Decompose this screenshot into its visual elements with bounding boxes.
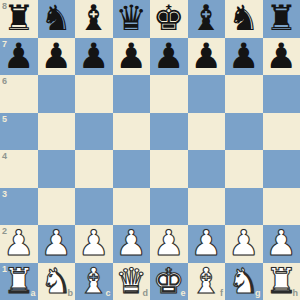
piece-white-pawn[interactable]: ♟ (0, 225, 38, 263)
square-h7[interactable]: ♟ (263, 38, 301, 76)
piece-black-rook[interactable]: ♜ (263, 0, 301, 38)
square-g5[interactable] (225, 113, 263, 151)
piece-white-pawn[interactable]: ♟ (188, 225, 226, 263)
piece-white-bishop[interactable]: ♝ (75, 263, 113, 300)
piece-black-bishop[interactable]: ♝ (188, 0, 226, 38)
square-g6[interactable] (225, 75, 263, 113)
square-c5[interactable] (75, 113, 113, 151)
square-f8[interactable]: ♝ (188, 0, 226, 38)
piece-white-knight[interactable]: ♞ (38, 263, 76, 300)
square-c3[interactable] (75, 188, 113, 226)
square-f2[interactable]: ♟ (188, 225, 226, 263)
square-a6[interactable]: 6 (0, 75, 38, 113)
square-d6[interactable] (113, 75, 151, 113)
square-e5[interactable] (150, 113, 188, 151)
piece-black-king[interactable]: ♚ (150, 0, 188, 38)
square-h3[interactable] (263, 188, 301, 226)
square-d8[interactable]: ♛ (113, 0, 151, 38)
piece-white-king[interactable]: ♚ (150, 263, 188, 300)
rank-label-6: 6 (2, 77, 7, 86)
square-d5[interactable] (113, 113, 151, 151)
square-c1[interactable]: ♝c (75, 263, 113, 300)
square-e7[interactable]: ♟ (150, 38, 188, 76)
square-d7[interactable]: ♟ (113, 38, 151, 76)
square-e6[interactable] (150, 75, 188, 113)
square-c6[interactable] (75, 75, 113, 113)
square-h8[interactable]: ♜ (263, 0, 301, 38)
square-f7[interactable]: ♟ (188, 38, 226, 76)
piece-white-bishop[interactable]: ♝ (188, 263, 226, 300)
square-e1[interactable]: ♚e (150, 263, 188, 300)
piece-black-pawn[interactable]: ♟ (263, 38, 301, 76)
square-e2[interactable]: ♟ (150, 225, 188, 263)
piece-black-knight[interactable]: ♞ (225, 0, 263, 38)
square-g1[interactable]: ♞g (225, 263, 263, 300)
rank-label-5: 5 (2, 115, 7, 124)
square-a7[interactable]: ♟7 (0, 38, 38, 76)
square-a8[interactable]: ♜8 (0, 0, 38, 38)
square-b6[interactable] (38, 75, 76, 113)
square-h4[interactable] (263, 150, 301, 188)
square-f1[interactable]: ♝f (188, 263, 226, 300)
piece-black-pawn[interactable]: ♟ (225, 38, 263, 76)
square-a2[interactable]: ♟2 (0, 225, 38, 263)
square-g7[interactable]: ♟ (225, 38, 263, 76)
square-b5[interactable] (38, 113, 76, 151)
piece-white-pawn[interactable]: ♟ (263, 225, 301, 263)
piece-white-pawn[interactable]: ♟ (150, 225, 188, 263)
piece-white-rook[interactable]: ♜ (263, 263, 301, 300)
square-b8[interactable]: ♞ (38, 0, 76, 38)
piece-white-pawn[interactable]: ♟ (225, 225, 263, 263)
square-g3[interactable] (225, 188, 263, 226)
square-h6[interactable] (263, 75, 301, 113)
piece-white-rook[interactable]: ♜ (0, 263, 38, 300)
square-a1[interactable]: ♜1a (0, 263, 38, 300)
square-b4[interactable] (38, 150, 76, 188)
piece-black-rook[interactable]: ♜ (0, 0, 38, 38)
square-d4[interactable] (113, 150, 151, 188)
piece-black-pawn[interactable]: ♟ (113, 38, 151, 76)
square-b1[interactable]: ♞b (38, 263, 76, 300)
piece-black-pawn[interactable]: ♟ (188, 38, 226, 76)
rank-label-3: 3 (2, 190, 7, 199)
square-d2[interactable]: ♟ (113, 225, 151, 263)
piece-white-pawn[interactable]: ♟ (75, 225, 113, 263)
chess-board: ♜8♞♝♛♚♝♞♜♟7♟♟♟♟♟♟♟6543♟2♟♟♟♟♟♟♟♜1a♞b♝c♛d… (0, 0, 300, 300)
square-h1[interactable]: ♜h (263, 263, 301, 300)
piece-black-pawn[interactable]: ♟ (75, 38, 113, 76)
piece-black-pawn[interactable]: ♟ (150, 38, 188, 76)
square-e4[interactable] (150, 150, 188, 188)
square-d3[interactable] (113, 188, 151, 226)
square-c2[interactable]: ♟ (75, 225, 113, 263)
square-a4[interactable]: 4 (0, 150, 38, 188)
square-g8[interactable]: ♞ (225, 0, 263, 38)
piece-white-pawn[interactable]: ♟ (38, 225, 76, 263)
square-f3[interactable] (188, 188, 226, 226)
square-g4[interactable] (225, 150, 263, 188)
square-a5[interactable]: 5 (0, 113, 38, 151)
square-c8[interactable]: ♝ (75, 0, 113, 38)
square-c4[interactable] (75, 150, 113, 188)
piece-white-knight[interactable]: ♞ (225, 263, 263, 300)
piece-white-pawn[interactable]: ♟ (113, 225, 151, 263)
square-h5[interactable] (263, 113, 301, 151)
piece-black-pawn[interactable]: ♟ (0, 38, 38, 76)
square-f4[interactable] (188, 150, 226, 188)
square-f5[interactable] (188, 113, 226, 151)
square-d1[interactable]: ♛d (113, 263, 151, 300)
square-e8[interactable]: ♚ (150, 0, 188, 38)
piece-black-knight[interactable]: ♞ (38, 0, 76, 38)
square-c7[interactable]: ♟ (75, 38, 113, 76)
square-f6[interactable] (188, 75, 226, 113)
square-a3[interactable]: 3 (0, 188, 38, 226)
square-b2[interactable]: ♟ (38, 225, 76, 263)
piece-black-pawn[interactable]: ♟ (38, 38, 76, 76)
square-h2[interactable]: ♟ (263, 225, 301, 263)
piece-black-queen[interactable]: ♛ (113, 0, 151, 38)
square-e3[interactable] (150, 188, 188, 226)
square-g2[interactable]: ♟ (225, 225, 263, 263)
square-b3[interactable] (38, 188, 76, 226)
rank-label-4: 4 (2, 152, 7, 161)
piece-white-queen[interactable]: ♛ (113, 263, 151, 300)
square-b7[interactable]: ♟ (38, 38, 76, 76)
piece-black-bishop[interactable]: ♝ (75, 0, 113, 38)
